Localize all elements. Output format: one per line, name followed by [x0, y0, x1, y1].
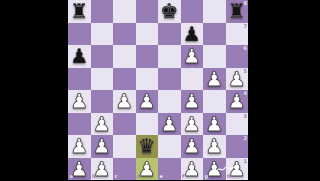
- white-pawn[interactable]: ♟: [203, 135, 226, 158]
- square-g4[interactable]: [203, 90, 226, 113]
- white-pawn[interactable]: ♟: [91, 113, 114, 136]
- rank-label-2: 2: [244, 136, 247, 141]
- video-frame: ♜♚♜8♟7♟♟6♟♟5♟♟♟♟♟4♟♟♟♟3♟♟♛♟♟2♟a♟bc♟de♟f♟…: [0, 0, 320, 180]
- black-pawn[interactable]: ♟: [181, 23, 204, 46]
- square-d5[interactable]: [136, 68, 159, 91]
- square-b8[interactable]: [91, 0, 114, 23]
- square-e1[interactable]: e: [158, 158, 181, 181]
- black-king[interactable]: ♚: [158, 0, 181, 23]
- square-a6[interactable]: ♟: [68, 45, 91, 68]
- white-pawn[interactable]: ♟: [91, 135, 114, 158]
- square-d1[interactable]: ♟d: [136, 158, 159, 181]
- square-d6[interactable]: [136, 45, 159, 68]
- square-c6[interactable]: [113, 45, 136, 68]
- square-g5[interactable]: ♟: [203, 68, 226, 91]
- square-d3[interactable]: [136, 113, 159, 136]
- square-f3[interactable]: ♟: [181, 113, 204, 136]
- square-h2[interactable]: 2: [226, 135, 249, 158]
- watermark-squiggle: [214, 162, 238, 176]
- square-e4[interactable]: [158, 90, 181, 113]
- white-pawn[interactable]: ♟: [91, 158, 114, 181]
- white-pawn[interactable]: ♟: [68, 158, 91, 181]
- square-d2[interactable]: ♛: [136, 135, 159, 158]
- white-pawn[interactable]: ♟: [181, 45, 204, 68]
- square-c7[interactable]: [113, 23, 136, 46]
- square-e5[interactable]: [158, 68, 181, 91]
- square-h5[interactable]: ♟5: [226, 68, 249, 91]
- chess-board: ♜♚♜8♟7♟♟6♟♟5♟♟♟♟♟4♟♟♟♟3♟♟♛♟♟2♟a♟bc♟de♟f♟…: [68, 0, 248, 180]
- square-b4[interactable]: [91, 90, 114, 113]
- rank-label-7: 7: [244, 24, 247, 29]
- square-a5[interactable]: [68, 68, 91, 91]
- square-h3[interactable]: 3: [226, 113, 249, 136]
- white-pawn[interactable]: ♟: [68, 90, 91, 113]
- white-pawn[interactable]: ♟: [68, 135, 91, 158]
- square-h7[interactable]: 7: [226, 23, 249, 46]
- square-d8[interactable]: [136, 0, 159, 23]
- square-a4[interactable]: ♟: [68, 90, 91, 113]
- square-c1[interactable]: c: [113, 158, 136, 181]
- white-pawn[interactable]: ♟: [181, 158, 204, 181]
- square-g8[interactable]: [203, 0, 226, 23]
- square-b2[interactable]: ♟: [91, 135, 114, 158]
- white-pawn[interactable]: ♟: [226, 90, 249, 113]
- white-pawn[interactable]: ♟: [203, 113, 226, 136]
- square-f2[interactable]: ♟: [181, 135, 204, 158]
- black-pawn[interactable]: ♟: [68, 45, 91, 68]
- rank-label-3: 3: [244, 114, 247, 119]
- letterbox-left: [0, 0, 68, 180]
- square-b6[interactable]: [91, 45, 114, 68]
- square-h6[interactable]: 6: [226, 45, 249, 68]
- square-h8[interactable]: ♜8: [226, 0, 249, 23]
- square-b7[interactable]: [91, 23, 114, 46]
- square-e8[interactable]: ♚: [158, 0, 181, 23]
- square-f4[interactable]: ♟: [181, 90, 204, 113]
- square-b1[interactable]: ♟b: [91, 158, 114, 181]
- white-pawn[interactable]: ♟: [136, 90, 159, 113]
- square-e2[interactable]: [158, 135, 181, 158]
- black-rook[interactable]: ♜: [68, 0, 91, 23]
- square-a2[interactable]: ♟: [68, 135, 91, 158]
- file-label-c: c: [115, 174, 118, 179]
- rank-label-6: 6: [244, 46, 247, 51]
- black-queen[interactable]: ♛: [136, 135, 159, 158]
- square-a8[interactable]: ♜: [68, 0, 91, 23]
- white-pawn[interactable]: ♟: [203, 68, 226, 91]
- square-c8[interactable]: [113, 0, 136, 23]
- white-pawn[interactable]: ♟: [136, 158, 159, 181]
- black-rook[interactable]: ♜: [226, 0, 249, 23]
- square-c4[interactable]: ♟: [113, 90, 136, 113]
- square-f5[interactable]: [181, 68, 204, 91]
- white-pawn[interactable]: ♟: [226, 68, 249, 91]
- square-f6[interactable]: ♟: [181, 45, 204, 68]
- square-g7[interactable]: [203, 23, 226, 46]
- square-g6[interactable]: [203, 45, 226, 68]
- square-h4[interactable]: ♟4: [226, 90, 249, 113]
- square-e7[interactable]: [158, 23, 181, 46]
- square-a3[interactable]: [68, 113, 91, 136]
- square-d4[interactable]: ♟: [136, 90, 159, 113]
- white-pawn[interactable]: ♟: [181, 135, 204, 158]
- square-a1[interactable]: ♟a: [68, 158, 91, 181]
- square-a7[interactable]: [68, 23, 91, 46]
- square-e6[interactable]: [158, 45, 181, 68]
- white-pawn[interactable]: ♟: [181, 113, 204, 136]
- square-d7[interactable]: [136, 23, 159, 46]
- square-f8[interactable]: [181, 0, 204, 23]
- square-f1[interactable]: ♟f: [181, 158, 204, 181]
- white-pawn[interactable]: ♟: [181, 90, 204, 113]
- square-b5[interactable]: [91, 68, 114, 91]
- square-c2[interactable]: [113, 135, 136, 158]
- square-c5[interactable]: [113, 68, 136, 91]
- letterbox-right: [248, 0, 320, 180]
- square-b3[interactable]: ♟: [91, 113, 114, 136]
- square-g3[interactable]: ♟: [203, 113, 226, 136]
- square-f7[interactable]: ♟: [181, 23, 204, 46]
- white-pawn[interactable]: ♟: [113, 90, 136, 113]
- square-c3[interactable]: [113, 113, 136, 136]
- square-g2[interactable]: ♟: [203, 135, 226, 158]
- square-e3[interactable]: ♟: [158, 113, 181, 136]
- file-label-e: e: [160, 174, 163, 179]
- white-pawn[interactable]: ♟: [158, 113, 181, 136]
